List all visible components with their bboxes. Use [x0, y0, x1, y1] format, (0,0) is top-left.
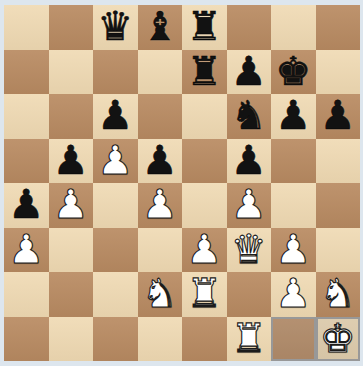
- square-h8[interactable]: [316, 5, 361, 50]
- square-h7[interactable]: [316, 50, 361, 95]
- white-pawn[interactable]: ♟: [53, 184, 89, 224]
- square-h4[interactable]: [316, 183, 361, 228]
- square-b1[interactable]: [49, 317, 94, 362]
- square-c5[interactable]: ♟: [93, 139, 138, 184]
- square-b2[interactable]: [49, 272, 94, 317]
- square-b3[interactable]: [49, 228, 94, 273]
- white-pawn[interactable]: ♟: [231, 184, 267, 224]
- square-d2[interactable]: ♞: [138, 272, 183, 317]
- square-g6[interactable]: ♟: [271, 94, 316, 139]
- black-pawn[interactable]: ♟: [231, 140, 267, 180]
- square-e2[interactable]: ♜: [182, 272, 227, 317]
- square-f5[interactable]: ♟: [227, 139, 272, 184]
- black-queen[interactable]: ♛: [97, 6, 133, 46]
- square-e3[interactable]: ♟: [182, 228, 227, 273]
- square-e1[interactable]: [182, 317, 227, 362]
- square-c4[interactable]: [93, 183, 138, 228]
- square-a6[interactable]: [4, 94, 49, 139]
- square-h5[interactable]: [316, 139, 361, 184]
- square-h2[interactable]: ♞: [316, 272, 361, 317]
- white-knight[interactable]: ♞: [142, 273, 178, 313]
- white-pawn[interactable]: ♟: [275, 273, 311, 313]
- square-f2[interactable]: [227, 272, 272, 317]
- white-rook[interactable]: ♜: [231, 318, 267, 358]
- square-b7[interactable]: [49, 50, 94, 95]
- square-g3[interactable]: ♟: [271, 228, 316, 273]
- square-b5[interactable]: ♟: [49, 139, 94, 184]
- square-d5[interactable]: ♟: [138, 139, 183, 184]
- white-pawn[interactable]: ♟: [275, 229, 311, 269]
- white-pawn[interactable]: ♟: [142, 184, 178, 224]
- square-a5[interactable]: [4, 139, 49, 184]
- black-pawn[interactable]: ♟: [97, 95, 133, 135]
- white-pawn[interactable]: ♟: [8, 229, 44, 269]
- black-rook[interactable]: ♜: [186, 6, 222, 46]
- white-queen[interactable]: ♛: [231, 229, 267, 269]
- square-g1[interactable]: [271, 317, 316, 362]
- square-d8[interactable]: ♝: [138, 5, 183, 50]
- black-bishop[interactable]: ♝: [142, 6, 178, 46]
- white-pawn[interactable]: ♟: [97, 140, 133, 180]
- black-king[interactable]: ♚: [275, 51, 311, 91]
- white-knight[interactable]: ♞: [320, 273, 356, 313]
- square-f1[interactable]: ♜: [227, 317, 272, 362]
- square-g8[interactable]: [271, 5, 316, 50]
- square-c8[interactable]: ♛: [93, 5, 138, 50]
- square-c1[interactable]: [93, 317, 138, 362]
- white-pawn[interactable]: ♟: [186, 229, 222, 269]
- black-pawn[interactable]: ♟: [320, 95, 356, 135]
- square-h6[interactable]: ♟: [316, 94, 361, 139]
- white-rook[interactable]: ♜: [186, 273, 222, 313]
- square-e5[interactable]: [182, 139, 227, 184]
- black-pawn[interactable]: ♟: [275, 95, 311, 135]
- chess-board-container: ♛♝♜♜♟♚♟♞♟♟♟♟♟♟♟♟♟♟♟♟♛♟♞♜♟♞♜♚: [4, 5, 360, 361]
- square-d3[interactable]: [138, 228, 183, 273]
- square-d6[interactable]: [138, 94, 183, 139]
- square-d1[interactable]: [138, 317, 183, 362]
- chess-board: ♛♝♜♜♟♚♟♞♟♟♟♟♟♟♟♟♟♟♟♟♛♟♞♜♟♞♜♚: [4, 5, 360, 361]
- square-h1[interactable]: ♚: [316, 317, 361, 362]
- black-pawn[interactable]: ♟: [142, 140, 178, 180]
- black-pawn[interactable]: ♟: [53, 140, 89, 180]
- square-h3[interactable]: [316, 228, 361, 273]
- square-c3[interactable]: [93, 228, 138, 273]
- white-king[interactable]: ♚: [320, 318, 356, 358]
- black-rook[interactable]: ♜: [186, 51, 222, 91]
- square-a1[interactable]: [4, 317, 49, 362]
- square-f6[interactable]: ♞: [227, 94, 272, 139]
- black-knight[interactable]: ♞: [231, 95, 267, 135]
- square-c2[interactable]: [93, 272, 138, 317]
- square-g4[interactable]: [271, 183, 316, 228]
- square-g2[interactable]: ♟: [271, 272, 316, 317]
- square-f4[interactable]: ♟: [227, 183, 272, 228]
- square-a4[interactable]: ♟: [4, 183, 49, 228]
- square-f8[interactable]: [227, 5, 272, 50]
- square-c6[interactable]: ♟: [93, 94, 138, 139]
- square-e7[interactable]: ♜: [182, 50, 227, 95]
- square-g5[interactable]: [271, 139, 316, 184]
- square-f3[interactable]: ♛: [227, 228, 272, 273]
- square-c7[interactable]: [93, 50, 138, 95]
- square-a8[interactable]: [4, 5, 49, 50]
- square-a3[interactable]: ♟: [4, 228, 49, 273]
- square-e6[interactable]: [182, 94, 227, 139]
- square-f7[interactable]: ♟: [227, 50, 272, 95]
- square-a7[interactable]: [4, 50, 49, 95]
- square-d4[interactable]: ♟: [138, 183, 183, 228]
- square-e8[interactable]: ♜: [182, 5, 227, 50]
- black-pawn[interactable]: ♟: [231, 51, 267, 91]
- square-e4[interactable]: [182, 183, 227, 228]
- square-d7[interactable]: [138, 50, 183, 95]
- square-b6[interactable]: [49, 94, 94, 139]
- square-b8[interactable]: [49, 5, 94, 50]
- square-g7[interactable]: ♚: [271, 50, 316, 95]
- square-b4[interactable]: ♟: [49, 183, 94, 228]
- black-pawn[interactable]: ♟: [8, 184, 44, 224]
- square-a2[interactable]: [4, 272, 49, 317]
